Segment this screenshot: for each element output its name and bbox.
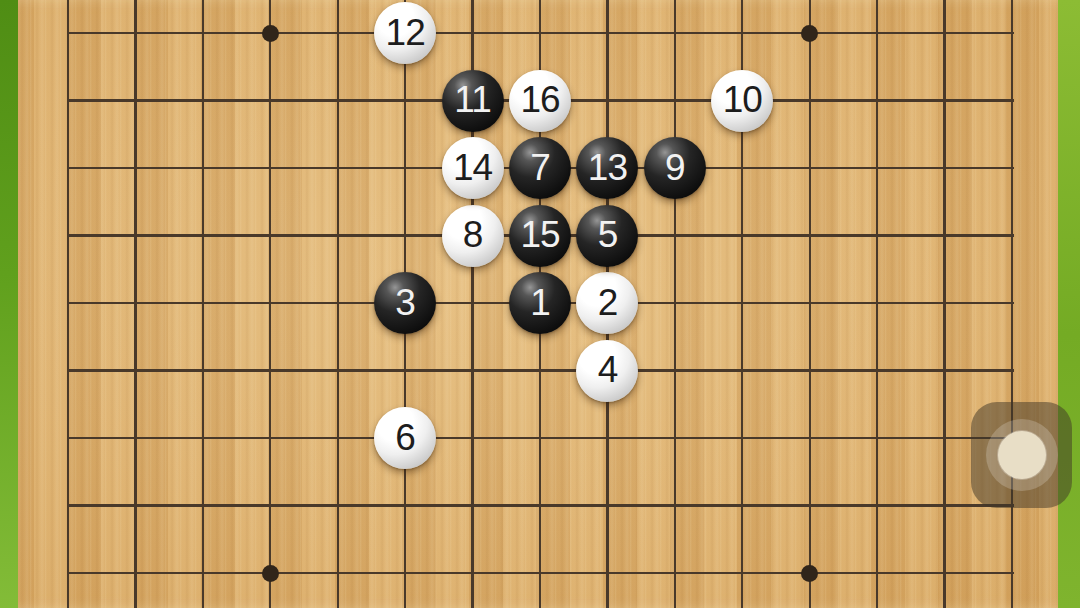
stone-move-number: 12 (386, 14, 425, 51)
stone-black-5: 5 (576, 205, 638, 267)
grid-horizontal-line (67, 369, 1014, 371)
camera-lens-icon (998, 431, 1046, 479)
stone-white-6: 6 (374, 407, 436, 469)
stone-move-number: 5 (598, 216, 618, 253)
stone-black-13: 13 (576, 137, 638, 199)
star-point (262, 565, 279, 582)
stone-move-number: 15 (520, 216, 559, 253)
stone-white-12: 12 (374, 2, 436, 64)
stone-white-4: 4 (576, 340, 638, 402)
stone-move-number: 6 (395, 419, 415, 456)
stone-white-2: 2 (576, 272, 638, 334)
grid-horizontal-line (67, 32, 1014, 34)
star-point (801, 565, 818, 582)
star-point (801, 25, 818, 42)
stone-move-number: 11 (454, 81, 490, 118)
grid-horizontal-line (67, 572, 1014, 574)
stone-move-number: 10 (723, 81, 762, 118)
stone-move-number: 4 (598, 351, 618, 388)
gomoku-app-screen: 12345678910111213141516 (0, 0, 1080, 608)
stone-black-15: 15 (509, 205, 571, 267)
stone-white-16: 16 (509, 70, 571, 132)
stone-move-number: 9 (665, 149, 685, 186)
gomoku-board[interactable]: 12345678910111213141516 (0, 0, 1080, 608)
stone-move-number: 7 (530, 149, 550, 186)
stone-move-number: 3 (395, 284, 415, 321)
app-side-panel-right (1058, 0, 1080, 608)
stone-black-1: 1 (509, 272, 571, 334)
stone-move-number: 14 (453, 149, 492, 186)
stone-move-number: 8 (463, 216, 483, 253)
stone-black-11: 11 (442, 70, 504, 132)
stone-white-14: 14 (442, 137, 504, 199)
star-point (262, 25, 279, 42)
screen-record-button[interactable] (971, 402, 1072, 508)
grid-horizontal-line (67, 504, 1014, 506)
stone-black-7: 7 (509, 137, 571, 199)
stone-move-number: 16 (520, 81, 559, 118)
stone-white-8: 8 (442, 205, 504, 267)
grid-horizontal-line (67, 437, 1014, 439)
stone-move-number: 2 (598, 284, 618, 321)
stone-move-number: 1 (530, 284, 550, 321)
stone-white-10: 10 (711, 70, 773, 132)
app-side-panel-left (0, 0, 18, 608)
stone-black-9: 9 (644, 137, 706, 199)
stone-move-number: 13 (588, 149, 627, 186)
stone-black-3: 3 (374, 272, 436, 334)
